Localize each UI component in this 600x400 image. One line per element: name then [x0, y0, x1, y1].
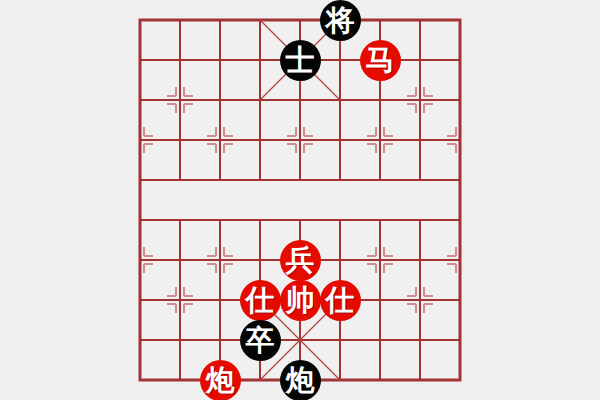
- piece-red-advisor[interactable]: 仕: [320, 280, 361, 321]
- piece-black-general[interactable]: 将: [320, 0, 361, 41]
- piece-red-horse[interactable]: 马: [360, 40, 401, 81]
- piece-black-soldier[interactable]: 卒: [240, 320, 281, 361]
- xiangqi-app: 将士马兵仕帅仕卒炮炮: [0, 0, 600, 400]
- piece-red-soldier[interactable]: 兵: [280, 240, 321, 281]
- piece-red-cannon[interactable]: 炮: [200, 360, 241, 400]
- piece-black-cannon[interactable]: 炮: [280, 360, 321, 400]
- piece-black-advisor[interactable]: 士: [280, 40, 321, 81]
- piece-red-advisor[interactable]: 仕: [240, 280, 281, 321]
- piece-red-general[interactable]: 帅: [280, 280, 321, 321]
- xiangqi-board: 将士马兵仕帅仕卒炮炮: [120, 0, 480, 400]
